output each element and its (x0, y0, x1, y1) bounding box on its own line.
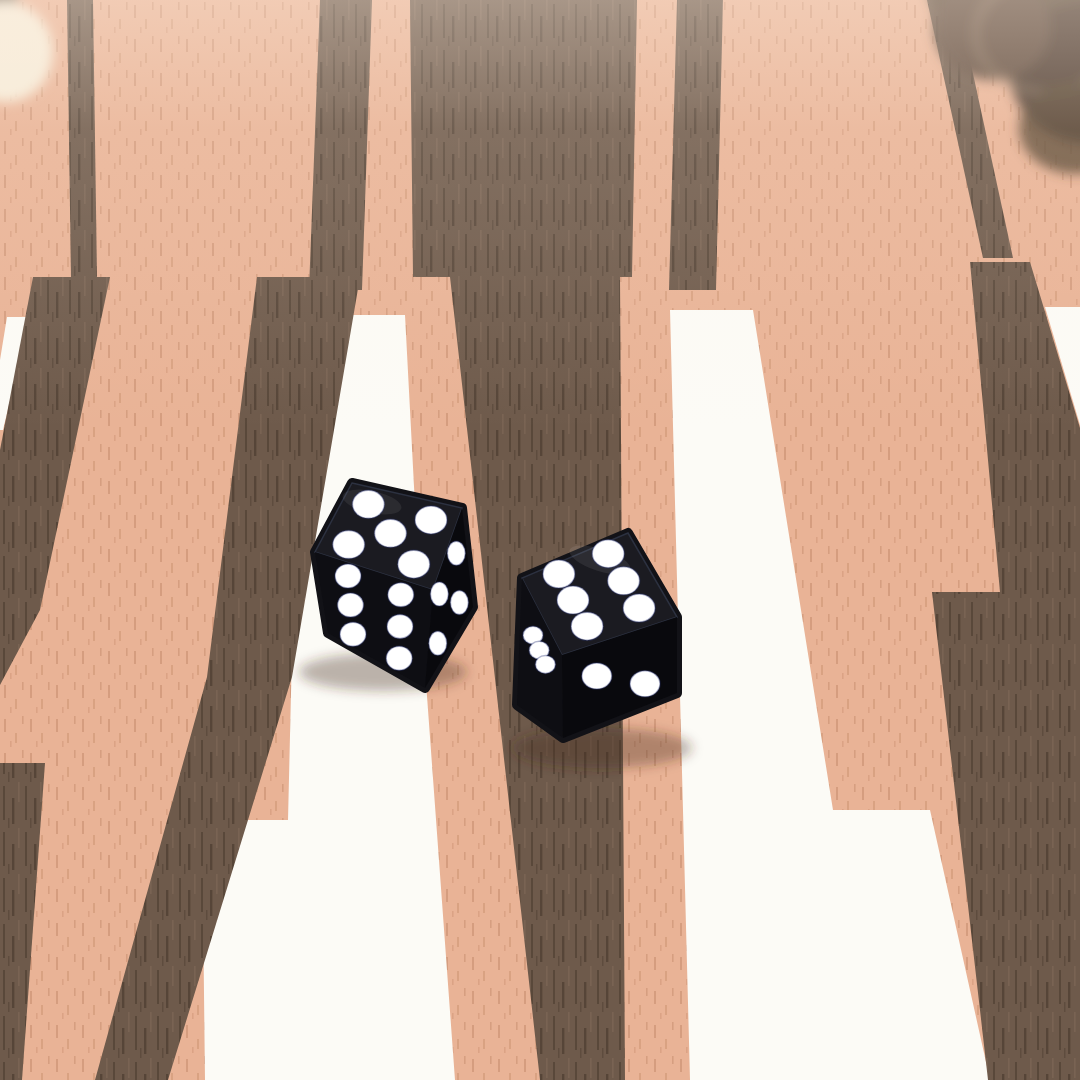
backgammon-photo (0, 0, 1080, 1080)
die-pip (333, 531, 365, 559)
die-pip (430, 582, 448, 606)
light-haze (0, 0, 1080, 430)
die-pip (429, 631, 447, 655)
right-die-shadow (512, 728, 692, 768)
die-pip (338, 593, 364, 617)
backgammon-board (0, 0, 1080, 1080)
die-pip (543, 560, 575, 588)
die-pip (388, 583, 414, 607)
die-pip (415, 506, 447, 534)
die-pip (450, 591, 468, 615)
die-pip (608, 567, 640, 595)
die-pip (582, 663, 612, 689)
die-pip (335, 564, 361, 588)
die-pip (447, 541, 465, 565)
die-pip (535, 655, 555, 673)
die-pip (557, 586, 589, 614)
die-pip (386, 646, 412, 670)
die-pip (352, 490, 384, 518)
die-pip (623, 594, 655, 622)
die-pip (398, 550, 430, 578)
die-pip (630, 671, 660, 697)
die-pip (592, 540, 624, 568)
die-pip (387, 614, 413, 638)
die-pip (375, 519, 407, 547)
die-pip (340, 622, 366, 646)
die-pip (571, 612, 603, 640)
